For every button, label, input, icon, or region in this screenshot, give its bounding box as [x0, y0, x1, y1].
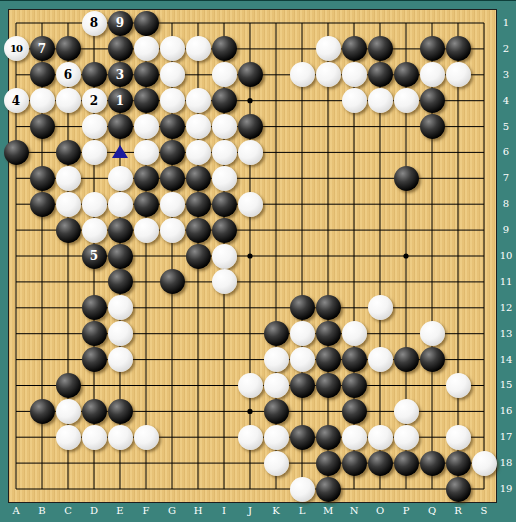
- stone-D13[interactable]: [82, 321, 107, 346]
- stone-H10[interactable]: [186, 244, 211, 269]
- stone-J6[interactable]: [238, 140, 263, 165]
- stone-E8[interactable]: [108, 192, 133, 217]
- row-label-7: 7: [497, 171, 515, 185]
- stone-G6[interactable]: [160, 140, 185, 165]
- col-label-L: L: [293, 504, 311, 518]
- stone-C2[interactable]: [56, 36, 81, 61]
- row-label-5: 5: [497, 120, 515, 134]
- stone-R17[interactable]: [446, 425, 471, 450]
- move-number-2: 2: [82, 88, 107, 113]
- stone-C4[interactable]: [56, 88, 81, 113]
- stone-N4[interactable]: [342, 88, 367, 113]
- stone-I8[interactable]: [212, 192, 237, 217]
- move-number-5: 5: [82, 244, 107, 269]
- stone-A6[interactable]: [4, 140, 29, 165]
- row-label-18: 18: [497, 456, 515, 470]
- col-label-A: A: [7, 504, 25, 518]
- stone-F1[interactable]: [134, 11, 159, 36]
- col-label-N: N: [345, 504, 363, 518]
- stone-M2[interactable]: [316, 36, 341, 61]
- stone-K18[interactable]: [264, 451, 289, 476]
- stone-M19[interactable]: [316, 477, 341, 502]
- stone-N15[interactable]: [342, 373, 367, 398]
- stone-G2[interactable]: [160, 36, 185, 61]
- stone-B7[interactable]: [30, 166, 55, 191]
- stone-D1[interactable]: 8: [82, 11, 107, 36]
- move-number-8: 8: [82, 11, 107, 36]
- stone-E12[interactable]: [108, 295, 133, 320]
- row-label-14: 14: [497, 353, 515, 367]
- row-label-12: 12: [497, 301, 515, 315]
- move-number-10: 10: [4, 36, 29, 61]
- row-label-8: 8: [497, 197, 515, 211]
- stone-L12[interactable]: [290, 295, 315, 320]
- stone-B3[interactable]: [30, 62, 55, 87]
- stone-S18[interactable]: [472, 451, 497, 476]
- stone-E11[interactable]: [108, 269, 133, 294]
- stone-G7[interactable]: [160, 166, 185, 191]
- stone-H9[interactable]: [186, 218, 211, 243]
- stone-F7[interactable]: [134, 166, 159, 191]
- move-number-4: 4: [4, 88, 29, 113]
- move-number-7: 7: [30, 36, 55, 61]
- stone-R15[interactable]: [446, 373, 471, 398]
- stone-G3[interactable]: [160, 62, 185, 87]
- stone-B16[interactable]: [30, 399, 55, 424]
- stone-E9[interactable]: [108, 218, 133, 243]
- stone-J15[interactable]: [238, 373, 263, 398]
- stone-D8[interactable]: [82, 192, 107, 217]
- row-label-9: 9: [497, 223, 515, 237]
- stone-H8[interactable]: [186, 192, 211, 217]
- go-board-window: 89107634215 ABCDEFGHIJKLMNOPQRS 12345678…: [0, 0, 516, 522]
- col-label-E: E: [111, 504, 129, 518]
- col-label-R: R: [449, 504, 467, 518]
- stone-C16[interactable]: [56, 399, 81, 424]
- stone-R18[interactable]: [446, 451, 471, 476]
- stone-D14[interactable]: [82, 347, 107, 372]
- stone-N18[interactable]: [342, 451, 367, 476]
- stone-B8[interactable]: [30, 192, 55, 217]
- stone-I3[interactable]: [212, 62, 237, 87]
- stone-Q14[interactable]: [420, 347, 445, 372]
- stone-B2[interactable]: 7: [30, 36, 55, 61]
- move-number-9: 9: [108, 11, 133, 36]
- col-label-J: J: [241, 504, 259, 518]
- stone-C3[interactable]: 6: [56, 62, 81, 87]
- stone-M18[interactable]: [316, 451, 341, 476]
- stone-C15[interactable]: [56, 373, 81, 398]
- stone-E7[interactable]: [108, 166, 133, 191]
- col-label-D: D: [85, 504, 103, 518]
- stone-F3[interactable]: [134, 62, 159, 87]
- stone-P4[interactable]: [394, 88, 419, 113]
- stone-K16[interactable]: [264, 399, 289, 424]
- stone-L3[interactable]: [290, 62, 315, 87]
- stone-J5[interactable]: [238, 114, 263, 139]
- stone-H6[interactable]: [186, 140, 211, 165]
- stone-F9[interactable]: [134, 218, 159, 243]
- stone-A4[interactable]: 4: [4, 88, 29, 113]
- col-label-B: B: [33, 504, 51, 518]
- stone-I4[interactable]: [212, 88, 237, 113]
- stone-D12[interactable]: [82, 295, 107, 320]
- stone-C9[interactable]: [56, 218, 81, 243]
- stone-N13[interactable]: [342, 321, 367, 346]
- stone-M17[interactable]: [316, 425, 341, 450]
- stone-D10[interactable]: 5: [82, 244, 107, 269]
- stone-L15[interactable]: [290, 373, 315, 398]
- stone-O4[interactable]: [368, 88, 393, 113]
- stone-I6[interactable]: [212, 140, 237, 165]
- row-label-17: 17: [497, 430, 515, 444]
- stone-N17[interactable]: [342, 425, 367, 450]
- col-label-C: C: [59, 504, 77, 518]
- stone-N16[interactable]: [342, 399, 367, 424]
- stone-I9[interactable]: [212, 218, 237, 243]
- stone-A2[interactable]: 10: [4, 36, 29, 61]
- stone-Q4[interactable]: [420, 88, 445, 113]
- row-label-10: 10: [497, 249, 515, 263]
- row-label-16: 16: [497, 404, 515, 418]
- stone-E1[interactable]: 9: [108, 11, 133, 36]
- col-label-I: I: [215, 504, 233, 518]
- row-label-6: 6: [497, 145, 515, 159]
- stone-M13[interactable]: [316, 321, 341, 346]
- stone-E13[interactable]: [108, 321, 133, 346]
- stone-I10[interactable]: [212, 244, 237, 269]
- stone-B5[interactable]: [30, 114, 55, 139]
- stone-K15[interactable]: [264, 373, 289, 398]
- stone-E4[interactable]: 1: [108, 88, 133, 113]
- stone-F6[interactable]: [134, 140, 159, 165]
- col-label-P: P: [397, 504, 415, 518]
- stone-I5[interactable]: [212, 114, 237, 139]
- stone-G5[interactable]: [160, 114, 185, 139]
- stone-I7[interactable]: [212, 166, 237, 191]
- col-label-H: H: [189, 504, 207, 518]
- stone-H7[interactable]: [186, 166, 211, 191]
- stone-O17[interactable]: [368, 425, 393, 450]
- stone-E3[interactable]: 3: [108, 62, 133, 87]
- stone-P3[interactable]: [394, 62, 419, 87]
- stone-O2[interactable]: [368, 36, 393, 61]
- stone-L17[interactable]: [290, 425, 315, 450]
- stone-F8[interactable]: [134, 192, 159, 217]
- stone-D17[interactable]: [82, 425, 107, 450]
- move-number-6: 6: [56, 62, 81, 87]
- stone-P17[interactable]: [394, 425, 419, 450]
- stone-P16[interactable]: [394, 399, 419, 424]
- stone-I2[interactable]: [212, 36, 237, 61]
- stone-F17[interactable]: [134, 425, 159, 450]
- stone-M12[interactable]: [316, 295, 341, 320]
- col-label-Q: Q: [423, 504, 441, 518]
- stone-R19[interactable]: [446, 477, 471, 502]
- col-label-M: M: [319, 504, 337, 518]
- stone-P7[interactable]: [394, 166, 419, 191]
- stone-Q2[interactable]: [420, 36, 445, 61]
- stone-Q3[interactable]: [420, 62, 445, 87]
- stone-H4[interactable]: [186, 88, 211, 113]
- row-label-11: 11: [497, 275, 515, 289]
- stone-K14[interactable]: [264, 347, 289, 372]
- stone-L14[interactable]: [290, 347, 315, 372]
- stone-F4[interactable]: [134, 88, 159, 113]
- stone-K17[interactable]: [264, 425, 289, 450]
- row-label-2: 2: [497, 42, 515, 56]
- stone-C8[interactable]: [56, 192, 81, 217]
- row-label-15: 15: [497, 378, 515, 392]
- col-label-O: O: [371, 504, 389, 518]
- row-label-1: 1: [497, 16, 515, 30]
- stone-D16[interactable]: [82, 399, 107, 424]
- stone-C7[interactable]: [56, 166, 81, 191]
- row-label-13: 13: [497, 327, 515, 341]
- stone-F5[interactable]: [134, 114, 159, 139]
- move-number-3: 3: [108, 62, 133, 87]
- stone-O12[interactable]: [368, 295, 393, 320]
- col-label-G: G: [163, 504, 181, 518]
- stone-D6[interactable]: [82, 140, 107, 165]
- stone-I11[interactable]: [212, 269, 237, 294]
- stone-N2[interactable]: [342, 36, 367, 61]
- stone-J8[interactable]: [238, 192, 263, 217]
- stone-G4[interactable]: [160, 88, 185, 113]
- stone-B4[interactable]: [30, 88, 55, 113]
- triangle-marker: [112, 145, 128, 158]
- stone-Q18[interactable]: [420, 451, 445, 476]
- stone-G11[interactable]: [160, 269, 185, 294]
- row-label-4: 4: [497, 94, 515, 108]
- stone-M14[interactable]: [316, 347, 341, 372]
- stone-E16[interactable]: [108, 399, 133, 424]
- stone-G9[interactable]: [160, 218, 185, 243]
- col-label-F: F: [137, 504, 155, 518]
- stone-L19[interactable]: [290, 477, 315, 502]
- stone-H2[interactable]: [186, 36, 211, 61]
- stone-K13[interactable]: [264, 321, 289, 346]
- stone-P18[interactable]: [394, 451, 419, 476]
- row-label-3: 3: [497, 68, 515, 82]
- stone-G8[interactable]: [160, 192, 185, 217]
- stone-Q5[interactable]: [420, 114, 445, 139]
- move-number-1: 1: [108, 88, 133, 113]
- stone-E5[interactable]: [108, 114, 133, 139]
- stone-D5[interactable]: [82, 114, 107, 139]
- stone-P14[interactable]: [394, 347, 419, 372]
- stone-N3[interactable]: [342, 62, 367, 87]
- stone-L13[interactable]: [290, 321, 315, 346]
- stone-J3[interactable]: [238, 62, 263, 87]
- stone-M15[interactable]: [316, 373, 341, 398]
- col-label-K: K: [267, 504, 285, 518]
- col-label-S: S: [475, 504, 493, 518]
- stone-D9[interactable]: [82, 218, 107, 243]
- stone-E14[interactable]: [108, 347, 133, 372]
- stone-H5[interactable]: [186, 114, 211, 139]
- stone-E2[interactable]: [108, 36, 133, 61]
- stone-O3[interactable]: [368, 62, 393, 87]
- stone-R2[interactable]: [446, 36, 471, 61]
- stone-D4[interactable]: 2: [82, 88, 107, 113]
- stone-D3[interactable]: [82, 62, 107, 87]
- stone-Q13[interactable]: [420, 321, 445, 346]
- stone-J17[interactable]: [238, 425, 263, 450]
- stone-E17[interactable]: [108, 425, 133, 450]
- stone-O14[interactable]: [368, 347, 393, 372]
- stone-R3[interactable]: [446, 62, 471, 87]
- stone-F2[interactable]: [134, 36, 159, 61]
- stone-C6[interactable]: [56, 140, 81, 165]
- stone-E10[interactable]: [108, 244, 133, 269]
- stone-O18[interactable]: [368, 451, 393, 476]
- stone-M3[interactable]: [316, 62, 341, 87]
- stone-C17[interactable]: [56, 425, 81, 450]
- row-label-19: 19: [497, 482, 515, 496]
- stone-N14[interactable]: [342, 347, 367, 372]
